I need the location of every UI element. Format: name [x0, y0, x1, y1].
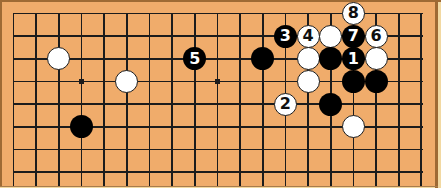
stone-white	[365, 47, 388, 70]
grid-line-h	[13, 171, 424, 173]
board-border-top	[0, 0, 441, 2]
stone-black	[319, 93, 342, 116]
stone-black	[342, 70, 365, 93]
stone-white-move-4: 4	[297, 25, 320, 48]
grid-line-v	[35, 13, 37, 186]
grid-line-v	[13, 13, 15, 186]
grid-line-v	[217, 13, 219, 186]
grid-line-v	[81, 13, 83, 186]
stone-black	[365, 70, 388, 93]
board-crop-edge-bottom	[0, 186, 438, 187]
stone-black-move-1: 1	[342, 47, 365, 70]
grid-line-v	[398, 13, 400, 186]
stone-number: 4	[302, 28, 313, 44]
grid-line-v	[171, 13, 173, 186]
board-border-left	[0, 0, 2, 186]
stone-white-move-8: 8	[342, 2, 365, 25]
stone-number: 7	[348, 28, 359, 44]
star-point	[215, 79, 220, 84]
stone-white	[342, 115, 365, 138]
stone-number: 1	[348, 50, 359, 66]
grid-line-v	[149, 13, 151, 186]
stone-white	[319, 25, 342, 48]
stone-white	[297, 47, 320, 70]
stone-white	[115, 70, 138, 93]
stone-black-move-7: 7	[342, 25, 365, 48]
stone-white-move-2: 2	[274, 93, 297, 116]
stone-number: 3	[280, 28, 291, 44]
grid-line-v	[420, 13, 422, 186]
grid-line-v	[126, 13, 128, 186]
grid-line-v	[262, 13, 264, 186]
stone-number: 6	[370, 28, 381, 44]
grid-line-v	[103, 13, 105, 186]
grid-line-v	[239, 13, 241, 186]
star-point	[79, 79, 84, 84]
board-border-right	[435, 0, 438, 188]
grid-line-v	[58, 13, 60, 186]
stone-number: 8	[348, 5, 359, 21]
stone-white-move-6: 6	[365, 25, 388, 48]
stone-black-move-3: 3	[274, 25, 297, 48]
grid-line-h	[13, 149, 424, 151]
stone-white	[297, 70, 320, 93]
grid-line-h	[13, 103, 424, 105]
stone-number: 5	[189, 50, 200, 66]
stone-number: 2	[280, 96, 291, 112]
go-diagram: 83476512	[0, 0, 441, 188]
stone-black	[70, 115, 93, 138]
grid-line-v	[194, 13, 196, 186]
